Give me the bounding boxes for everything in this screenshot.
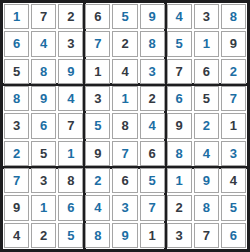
cell-r1c6[interactable]: 9	[140, 4, 165, 29]
cell-r9c1[interactable]: 4	[4, 223, 29, 248]
cell-r1c5[interactable]: 5	[112, 4, 137, 29]
cell-r4c4[interactable]: 3	[85, 86, 110, 111]
cell-r8c1[interactable]: 9	[4, 195, 29, 220]
cell-r2c2[interactable]: 4	[31, 31, 56, 56]
cell-r4c7[interactable]: 6	[167, 86, 192, 111]
cell-r6c5[interactable]: 7	[112, 141, 137, 166]
cell-r2c3[interactable]: 3	[58, 31, 83, 56]
cell-r3c5[interactable]: 4	[112, 59, 137, 84]
cell-r1c9[interactable]: 8	[221, 4, 246, 29]
cell-r7c1[interactable]: 7	[4, 168, 29, 193]
cell-r1c1[interactable]: 1	[4, 4, 29, 29]
cell-r4c5[interactable]: 1	[112, 86, 137, 111]
cell-r9c5[interactable]: 9	[112, 223, 137, 248]
cell-r5c2[interactable]: 6	[31, 113, 56, 138]
cell-r4c9[interactable]: 7	[221, 86, 246, 111]
cell-r2c5[interactable]: 2	[112, 31, 137, 56]
cell-r5c8[interactable]: 2	[194, 113, 219, 138]
cell-r9c2[interactable]: 2	[31, 223, 56, 248]
cell-r5c1[interactable]: 3	[4, 113, 29, 138]
cell-r3c9[interactable]: 2	[221, 59, 246, 84]
cell-r6c4[interactable]: 9	[85, 141, 110, 166]
cell-r3c4[interactable]: 1	[85, 59, 110, 84]
cell-r7c7[interactable]: 1	[167, 168, 192, 193]
cell-r5c6[interactable]: 4	[140, 113, 165, 138]
cell-r9c4[interactable]: 8	[85, 223, 110, 248]
cell-r3c7[interactable]: 7	[167, 59, 192, 84]
cell-r4c8[interactable]: 5	[194, 86, 219, 111]
cell-r2c1[interactable]: 6	[4, 31, 29, 56]
cell-r2c8[interactable]: 1	[194, 31, 219, 56]
cell-r5c9[interactable]: 1	[221, 113, 246, 138]
cell-r5c3[interactable]: 7	[58, 113, 83, 138]
cell-r3c3[interactable]: 9	[58, 59, 83, 84]
cell-r2c4[interactable]: 7	[85, 31, 110, 56]
cell-r1c2[interactable]: 7	[31, 4, 56, 29]
cell-r9c7[interactable]: 3	[167, 223, 192, 248]
cell-r6c3[interactable]: 1	[58, 141, 83, 166]
cell-r2c6[interactable]: 8	[140, 31, 165, 56]
cell-r6c9[interactable]: 3	[221, 141, 246, 166]
cell-r7c3[interactable]: 8	[58, 168, 83, 193]
cell-r8c4[interactable]: 4	[85, 195, 110, 220]
cell-r9c9[interactable]: 6	[221, 223, 246, 248]
cell-r1c3[interactable]: 2	[58, 4, 83, 29]
cell-r1c4[interactable]: 6	[85, 4, 110, 29]
cell-r8c6[interactable]: 7	[140, 195, 165, 220]
cell-r4c1[interactable]: 8	[4, 86, 29, 111]
cell-r4c6[interactable]: 2	[140, 86, 165, 111]
cell-r7c6[interactable]: 5	[140, 168, 165, 193]
cell-r7c5[interactable]: 6	[112, 168, 137, 193]
cell-r3c2[interactable]: 8	[31, 59, 56, 84]
cell-r2c9[interactable]: 9	[221, 31, 246, 56]
cell-r5c4[interactable]: 5	[85, 113, 110, 138]
cell-r5c7[interactable]: 9	[167, 113, 192, 138]
cell-r6c8[interactable]: 4	[194, 141, 219, 166]
cell-r8c5[interactable]: 3	[112, 195, 137, 220]
cell-r7c2[interactable]: 3	[31, 168, 56, 193]
cell-r6c2[interactable]: 5	[31, 141, 56, 166]
cell-r3c6[interactable]: 3	[140, 59, 165, 84]
cell-r3c1[interactable]: 5	[4, 59, 29, 84]
cell-r9c8[interactable]: 7	[194, 223, 219, 248]
cell-r8c8[interactable]: 8	[194, 195, 219, 220]
cell-r5c5[interactable]: 8	[112, 113, 137, 138]
cell-r9c6[interactable]: 1	[140, 223, 165, 248]
sudoku-grid: 1726594386437285195891437628943126573675…	[3, 3, 247, 249]
sudoku-board: 1726594386437285195891437628943126573675…	[0, 0, 250, 252]
cell-r9c3[interactable]: 5	[58, 223, 83, 248]
cell-r2c7[interactable]: 5	[167, 31, 192, 56]
cell-r8c3[interactable]: 6	[58, 195, 83, 220]
cell-r6c6[interactable]: 6	[140, 141, 165, 166]
cell-r6c7[interactable]: 8	[167, 141, 192, 166]
cell-r8c9[interactable]: 5	[221, 195, 246, 220]
cell-r7c9[interactable]: 4	[221, 168, 246, 193]
cell-r4c3[interactable]: 4	[58, 86, 83, 111]
cell-r1c8[interactable]: 3	[194, 4, 219, 29]
cell-r4c2[interactable]: 9	[31, 86, 56, 111]
cell-r1c7[interactable]: 4	[167, 4, 192, 29]
cell-r8c7[interactable]: 2	[167, 195, 192, 220]
cell-r8c2[interactable]: 1	[31, 195, 56, 220]
cell-r7c4[interactable]: 2	[85, 168, 110, 193]
cell-r6c1[interactable]: 2	[4, 141, 29, 166]
cell-r3c8[interactable]: 6	[194, 59, 219, 84]
cell-r7c8[interactable]: 9	[194, 168, 219, 193]
